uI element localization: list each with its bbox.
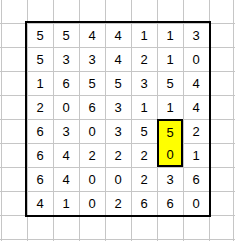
grid-cell[interactable]: 2 — [131, 143, 157, 167]
grid-cell[interactable]: 6 — [27, 143, 53, 167]
grid-cell[interactable]: 6 — [131, 191, 157, 215]
grid-cell[interactable]: 4 — [105, 47, 131, 71]
grid-cell[interactable]: 0 — [53, 95, 79, 119]
grid-cell[interactable]: 6 — [183, 167, 209, 191]
grid-cell[interactable]: 4 — [27, 191, 53, 215]
grid-cell[interactable]: 6 — [79, 95, 105, 119]
grid-cell[interactable]: 4 — [53, 167, 79, 191]
grid-cell[interactable]: 2 — [131, 47, 157, 71]
grid-cell[interactable]: 1 — [183, 143, 209, 167]
grid-cell[interactable]: 5 — [105, 71, 131, 95]
grid-cell[interactable]: 1 — [131, 23, 157, 47]
grid-cell[interactable]: 3 — [53, 119, 79, 143]
grid-cell[interactable]: 6 — [27, 119, 53, 143]
grid-cell[interactable]: 4 — [183, 71, 209, 95]
grid-cell[interactable]: 6 — [27, 167, 53, 191]
grid-cell[interactable]: 5 — [53, 23, 79, 47]
grid-cell[interactable]: 3 — [131, 71, 157, 95]
gridline — [233, 0, 234, 241]
grid-cell[interactable]: 0 — [79, 119, 105, 143]
grid-cell[interactable]: 5 — [157, 71, 183, 95]
worksheet-canvas: 5544113533421016553542063114630355264222… — [0, 0, 235, 241]
grid-cell[interactable]: 6 — [157, 191, 183, 215]
grid-cell[interactable]: 2 — [79, 143, 105, 167]
grid-cell[interactable]: 1 — [157, 95, 183, 119]
grid-cell[interactable]: 3 — [183, 23, 209, 47]
grid-cell[interactable]: 6 — [53, 71, 79, 95]
grid-cell[interactable]: 3 — [105, 119, 131, 143]
grid-cell[interactable]: 1 — [157, 23, 183, 47]
grid-cell[interactable]: 0 — [79, 167, 105, 191]
grid-cell[interactable]: 3 — [157, 167, 183, 191]
grid-cell[interactable]: 1 — [131, 95, 157, 119]
grid-cell[interactable]: 0 — [183, 47, 209, 71]
grid-cell[interactable]: 2 — [105, 143, 131, 167]
grid-cell[interactable]: 5 — [27, 23, 53, 47]
highlighted-domino-cell[interactable]: 0 — [157, 143, 183, 167]
grid-cell[interactable]: 3 — [105, 95, 131, 119]
grid-cell[interactable]: 3 — [79, 47, 105, 71]
grid-cell[interactable]: 0 — [79, 191, 105, 215]
grid-cell[interactable]: 5 — [27, 47, 53, 71]
grid-cell[interactable]: 4 — [53, 143, 79, 167]
grid-cell[interactable]: 1 — [27, 71, 53, 95]
grid-cell[interactable]: 2 — [105, 191, 131, 215]
grid-cell[interactable]: 5 — [79, 71, 105, 95]
grid-cell[interactable]: 3 — [53, 47, 79, 71]
dominosa-board: 5544113533421016553542063114630355264222… — [25, 21, 211, 217]
grid-cell[interactable]: 5 — [131, 119, 157, 143]
grid-cell[interactable]: 4 — [105, 23, 131, 47]
grid-cell[interactable]: 0 — [183, 191, 209, 215]
grid-cell[interactable]: 2 — [183, 119, 209, 143]
grid-cell[interactable]: 1 — [53, 191, 79, 215]
grid-cell[interactable]: 1 — [157, 47, 183, 71]
grid-cell[interactable]: 2 — [27, 95, 53, 119]
grid-cell[interactable]: 4 — [79, 23, 105, 47]
highlighted-domino-cell[interactable]: 5 — [157, 119, 183, 143]
grid-cell[interactable]: 4 — [183, 95, 209, 119]
grid-cell[interactable]: 2 — [131, 167, 157, 191]
grid-cell[interactable]: 0 — [105, 167, 131, 191]
